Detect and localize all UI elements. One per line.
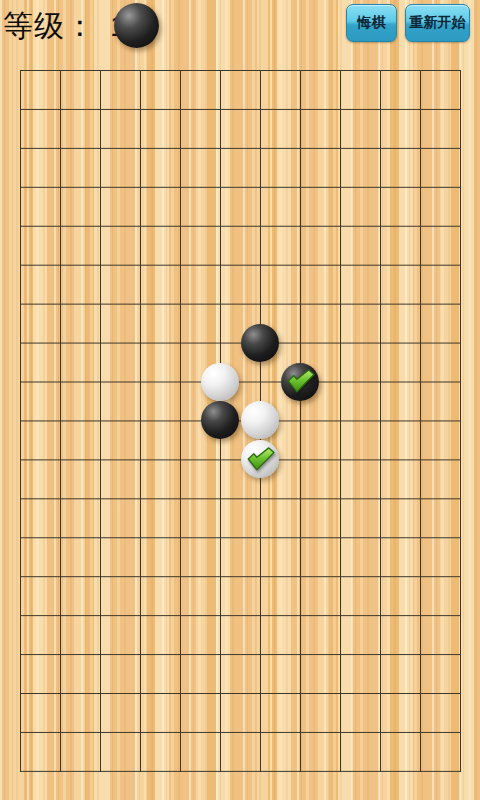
black-stone-last-move [281, 363, 319, 401]
turn-indicator-black-stone [114, 3, 159, 48]
last-move-check-icon [246, 447, 275, 472]
board-grid[interactable] [20, 70, 461, 772]
level-label: 等级： [3, 9, 96, 42]
white-stone-last-move [241, 440, 279, 478]
black-stone [201, 401, 239, 439]
white-stone [201, 363, 239, 401]
restart-button[interactable]: 重新开始 [405, 4, 470, 42]
level-indicator: 等级：1 [3, 6, 128, 47]
header: 等级：1 悔棋 重新开始 [0, 0, 480, 60]
last-move-check-icon [286, 369, 315, 394]
black-stone [241, 324, 279, 362]
undo-button[interactable]: 悔棋 [346, 4, 397, 42]
app-screen: 等级：1 悔棋 重新开始 [0, 0, 480, 800]
white-stone [241, 401, 279, 439]
